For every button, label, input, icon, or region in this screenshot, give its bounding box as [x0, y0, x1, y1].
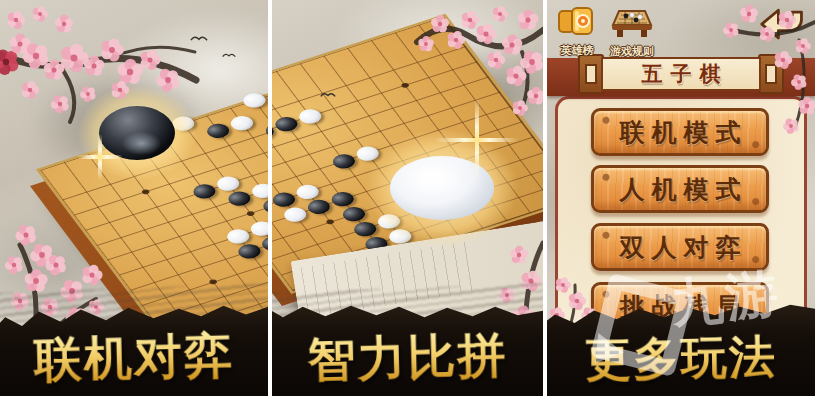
- app-title: 五子棋: [634, 60, 729, 88]
- cherry-blossom-decoration: [0, 0, 200, 130]
- panel-divider: [543, 0, 547, 396]
- bird-icon: [222, 44, 236, 62]
- white-stone: [227, 114, 256, 133]
- two-player-mode-button[interactable]: 双人对弈: [591, 223, 769, 271]
- white-stone: [296, 107, 325, 126]
- black-stone: [190, 182, 219, 201]
- title-plaque: 五子棋: [578, 54, 784, 94]
- online-mode-button[interactable]: 联机模式: [591, 108, 769, 156]
- main-menu-panel: 五子棋 英雄榜: [547, 0, 815, 396]
- hero-black-stone: [99, 106, 175, 160]
- black-stone: [204, 121, 233, 140]
- bird-icon: [190, 28, 208, 46]
- leaderboard-label: 英雄榜: [561, 43, 594, 58]
- vs-ai-mode-label: 人机模式: [613, 173, 748, 206]
- plaque-ornament-right: [758, 54, 784, 94]
- white-stone: [247, 219, 268, 238]
- promo-caption: 更多玩法: [547, 326, 815, 393]
- white-stone: [249, 181, 269, 200]
- black-stone: [329, 152, 358, 171]
- game-rules-label: 游戏规则: [610, 44, 654, 59]
- game-rules-button[interactable]: 游戏规则: [609, 9, 655, 59]
- black-stone: [260, 196, 268, 215]
- plaque-board: 五子棋: [601, 57, 761, 91]
- two-player-mode-label: 双人对弈: [613, 231, 748, 264]
- promo-caption: 智力比拼: [272, 322, 543, 393]
- back-button[interactable]: [759, 6, 807, 48]
- star-point: [246, 210, 256, 216]
- panel-divider: [268, 0, 272, 396]
- star-point: [141, 189, 151, 195]
- leaderboard-button[interactable]: 英雄榜: [555, 4, 599, 58]
- back-arrow-icon: [759, 30, 807, 47]
- trophy-icon: [555, 4, 599, 42]
- promo-screenshot: 联机对弈 智力比拼 五子棋: [0, 0, 815, 396]
- black-stone: [304, 197, 333, 216]
- white-stone: [281, 205, 310, 224]
- mini-board-icon: [609, 9, 655, 43]
- vs-ai-mode-button[interactable]: 人机模式: [591, 165, 769, 213]
- online-mode-label: 联机模式: [613, 116, 748, 149]
- star-point: [325, 219, 335, 225]
- black-stone: [225, 189, 254, 208]
- black-stone: [235, 242, 264, 261]
- black-stone: [272, 115, 301, 134]
- promo-panel-brain-battle: 智力比拼: [272, 0, 543, 396]
- promo-caption: 联机对弈: [0, 323, 268, 394]
- star-point: [400, 82, 410, 88]
- white-stone: [240, 91, 268, 110]
- hero-white-stone: [390, 156, 494, 220]
- white-stone: [353, 144, 382, 163]
- promo-panel-online-play: 联机对弈: [0, 0, 268, 396]
